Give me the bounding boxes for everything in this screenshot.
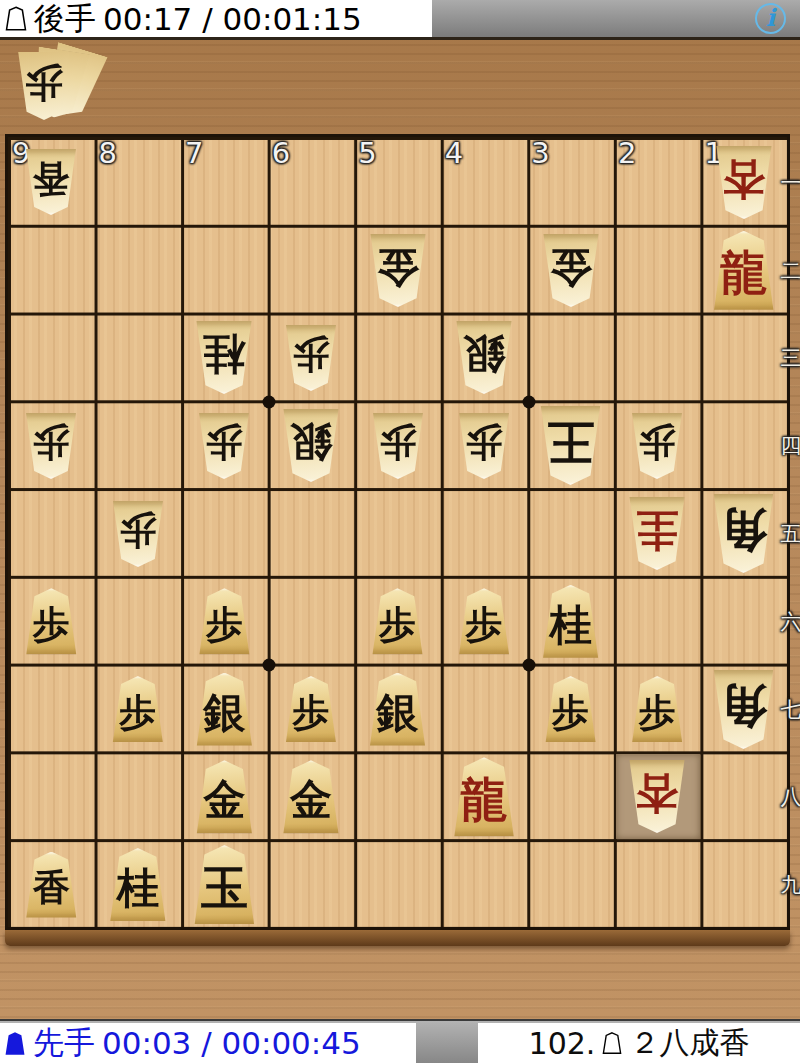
piece-sente-pawn-56[interactable]: 歩 (369, 588, 427, 654)
piece-glyph: 桂 (203, 326, 245, 389)
piece-gote-knight-73[interactable]: 桂 (192, 321, 256, 394)
piece-glyph: 銀 (463, 326, 505, 389)
sente-clock-bar: 先手 00:03 / 00:00:45 102. ２八成香 (0, 1019, 800, 1063)
piece-gote-pawn-54[interactable]: 歩 (369, 413, 427, 479)
piece-sente-pawn-27[interactable]: 歩 (628, 676, 686, 742)
file-label-6: 6 (272, 137, 290, 169)
piece-glyph: 角 (720, 674, 767, 744)
gote-clock-area: 後手 00:17 / 00:01:15 (0, 0, 432, 37)
piece-glyph: 歩 (119, 681, 156, 738)
piece-sente-pawn-67[interactable]: 歩 (282, 676, 340, 742)
star-point (263, 396, 276, 409)
piece-gote-lance-91[interactable]: 香 (22, 149, 80, 215)
move-number: 102. (529, 1026, 596, 1061)
piece-sente-silver-57[interactable]: 銀 (366, 673, 430, 746)
gote-player-label: 後手 (34, 0, 96, 40)
piece-glyph: 歩 (466, 417, 503, 474)
star-point (523, 659, 536, 672)
piece-gote-pawn-74[interactable]: 歩 (195, 413, 253, 479)
piece-glyph: 金 (377, 239, 419, 302)
piece-glyph: 玉 (201, 850, 248, 920)
piece-gote-pawn-63[interactable]: 歩 (282, 325, 340, 391)
sente-clock-area: 先手 00:03 / 00:00:45 (0, 1023, 416, 1063)
piece-sente-dragon-12[interactable]: 龍 (709, 231, 778, 310)
piece-gote-pawn-24[interactable]: 歩 (628, 413, 686, 479)
file-label-3: 3 (531, 137, 549, 169)
piece-glyph: 歩 (206, 593, 243, 650)
piece-glyph: 銀 (290, 414, 332, 477)
piece-sente-knight-36[interactable]: 桂 (539, 585, 603, 658)
piece-gote-gold-32[interactable]: 金 (539, 234, 603, 307)
piece-glyph: 金 (550, 239, 592, 302)
piece-sente-pawn-87[interactable]: 歩 (109, 676, 167, 742)
sente-piece-icon (4, 1030, 26, 1057)
piece-sente-king-79[interactable]: 玉 (190, 845, 259, 924)
rank-label-1: 一 (777, 169, 800, 197)
rank-label-7: 七 (777, 696, 800, 724)
gote-clock-bar: 後手 00:17 / 00:01:15 i (0, 0, 800, 40)
piece-sente-pawn-37[interactable]: 歩 (542, 676, 600, 742)
piece-glyph: 歩 (292, 681, 329, 738)
rank-label-3: 三 (777, 344, 800, 372)
gote-move-piece-icon (602, 1031, 622, 1055)
piece-gote-king-34[interactable]: 王 (536, 406, 605, 485)
piece-gote-pawn-94[interactable]: 歩 (22, 413, 80, 479)
rank-label-8: 八 (777, 783, 800, 811)
piece-gote-promoted-lance-11[interactable]: 杏 (712, 146, 776, 219)
piece-sente-gold-68[interactable]: 金 (279, 760, 343, 833)
piece-glyph: 圭 (636, 502, 678, 565)
info-icon: i (766, 3, 775, 32)
piece-sente-lance-99[interactable]: 香 (22, 852, 80, 918)
piece-glyph: 香 (33, 154, 70, 211)
piece-glyph: 王 (547, 411, 594, 481)
piece-glyph: 歩 (379, 417, 416, 474)
file-label-8: 8 (99, 137, 117, 169)
piece-sente-knight-89[interactable]: 桂 (106, 848, 170, 921)
board-edge (5, 930, 790, 946)
piece-gote-bishop-15[interactable]: 角 (709, 494, 778, 573)
piece-glyph: 桂 (117, 853, 159, 916)
hand-piece-glyph: 歩 (25, 58, 63, 115)
piece-glyph: 歩 (119, 505, 156, 562)
piece-glyph: 銀 (203, 678, 245, 741)
gote-time: 00:17 / 00:01:15 (103, 1, 362, 37)
piece-glyph: 桂 (550, 590, 592, 653)
piece-glyph: 杏 (723, 151, 765, 214)
gote-hand-tray[interactable]: 歩 (14, 52, 134, 134)
star-point (263, 659, 276, 672)
piece-sente-gold-78[interactable]: 金 (192, 760, 256, 833)
piece-gote-silver-43[interactable]: 銀 (452, 321, 516, 394)
file-label-2: 2 (618, 137, 636, 169)
piece-glyph: 歩 (33, 417, 70, 474)
piece-gote-bishop-17[interactable]: 角 (709, 670, 778, 749)
piece-glyph: 歩 (552, 681, 589, 738)
rank-label-6: 六 (777, 608, 800, 636)
piece-sente-silver-77[interactable]: 銀 (192, 673, 256, 746)
star-point (523, 396, 536, 409)
rank-label-2: 二 (777, 257, 800, 285)
sente-time: 00:03 / 00:00:45 (102, 1025, 361, 1061)
piece-glyph: 歩 (379, 593, 416, 650)
piece-glyph: 歩 (639, 417, 676, 474)
file-label-4: 4 (445, 137, 463, 169)
sente-player-label: 先手 (33, 1022, 95, 1063)
piece-glyph: 歩 (466, 593, 503, 650)
piece-glyph: 銀 (377, 678, 419, 741)
piece-glyph: 歩 (292, 329, 329, 386)
piece-sente-dragon-48[interactable]: 龍 (450, 757, 519, 836)
piece-glyph: 金 (203, 765, 245, 828)
piece-glyph: 香 (33, 856, 70, 913)
rank-label-5: 五 (777, 520, 800, 548)
piece-gote-pawn-85[interactable]: 歩 (109, 501, 167, 567)
piece-glyph: 歩 (33, 593, 70, 650)
rank-label-9: 九 (777, 871, 800, 899)
info-button[interactable]: i (755, 3, 786, 34)
file-label-7: 7 (185, 137, 203, 169)
piece-gote-silver-64[interactable]: 銀 (279, 409, 343, 482)
piece-sente-pawn-76[interactable]: 歩 (195, 588, 253, 654)
piece-sente-pawn-46[interactable]: 歩 (455, 588, 513, 654)
piece-gote-gold-52[interactable]: 金 (366, 234, 430, 307)
piece-gote-pawn-44[interactable]: 歩 (455, 413, 513, 479)
rank-label-4: 四 (777, 432, 800, 460)
piece-sente-pawn-96[interactable]: 歩 (22, 588, 80, 654)
move-text: ２八成香 (629, 1023, 749, 1063)
piece-gote-promoted-knight-25[interactable]: 圭 (625, 497, 689, 570)
gote-piece-icon (5, 5, 27, 32)
piece-glyph: 龍 (461, 762, 508, 832)
piece-glyph: 金 (290, 765, 332, 828)
piece-glyph: 歩 (206, 417, 243, 474)
file-label-5: 5 (358, 137, 376, 169)
piece-glyph: 杏 (636, 765, 678, 828)
move-display: 102. ２八成香 (478, 1023, 800, 1063)
shogi-board[interactable]: 987654321一二三四五六七八九香杏金金龍桂歩銀歩歩銀歩歩王歩歩圭角歩歩歩歩… (5, 134, 790, 930)
piece-glyph: 角 (720, 499, 767, 569)
piece-glyph: 龍 (720, 235, 767, 305)
piece-glyph: 歩 (639, 681, 676, 738)
